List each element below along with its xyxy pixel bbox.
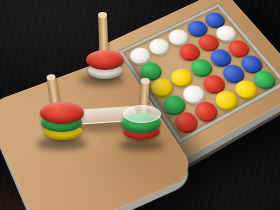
ring-red[interactable] [40,102,84,124]
table-surface [0,0,280,210]
ring-stack-right [121,105,162,145]
ring-stack-back [86,50,124,82]
ring-stack-left [40,102,84,144]
ring-acrylic[interactable] [123,105,161,123]
ring-red[interactable] [86,50,124,70]
